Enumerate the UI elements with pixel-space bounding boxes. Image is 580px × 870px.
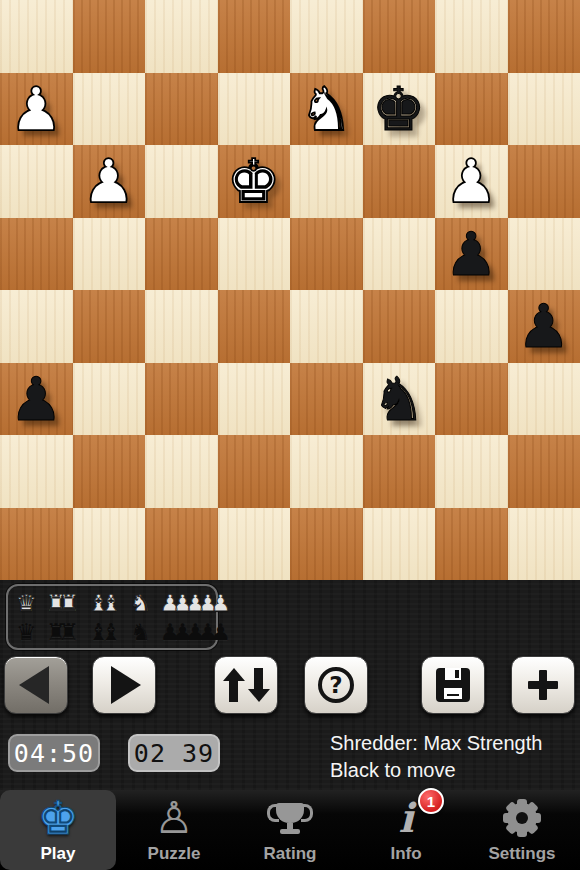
plus-icon [525, 667, 561, 703]
tab-play[interactable]: ♚ Play [0, 790, 116, 870]
square-d3[interactable] [218, 363, 291, 436]
square-d4[interactable] [218, 290, 291, 363]
captured-black-queen: ♛ [16, 619, 37, 645]
square-d1[interactable] [218, 508, 291, 581]
captured-black-bishops: ♝♝ [88, 619, 121, 645]
square-g2[interactable] [435, 435, 508, 508]
square-e7[interactable]: ♞ [290, 73, 363, 146]
black-pawn: ♟ [9, 363, 63, 435]
chess-board: ♟♞♚♟♚♟♟♟♟♞ [0, 0, 580, 580]
square-b5[interactable] [73, 218, 146, 291]
question-mark-icon: ? [318, 667, 354, 703]
white-clock: 04:50 [8, 734, 100, 772]
white-king: ♚ [227, 145, 281, 217]
info-icon: i [398, 796, 413, 840]
square-e1[interactable] [290, 508, 363, 581]
new-game-button[interactable] [511, 656, 575, 714]
tab-info-label: Info [390, 844, 421, 864]
square-d2[interactable] [218, 435, 291, 508]
turn-indicator-text: Black to move [330, 757, 576, 784]
tab-puzzle-label: Puzzle [148, 844, 201, 864]
square-e2[interactable] [290, 435, 363, 508]
square-e4[interactable] [290, 290, 363, 363]
right-triangle-icon [111, 666, 141, 704]
square-a7[interactable]: ♟ [0, 73, 73, 146]
square-c2[interactable] [145, 435, 218, 508]
square-h6[interactable] [508, 145, 580, 218]
tab-puzzle[interactable]: ♙ Puzzle [116, 790, 232, 870]
captured-white-rooks: ♜♜ [46, 590, 79, 616]
blue-king-icon: ♚ [37, 794, 78, 842]
square-f1[interactable] [363, 508, 436, 581]
square-g8[interactable] [435, 0, 508, 73]
square-b8[interactable] [73, 0, 146, 73]
square-f8[interactable] [363, 0, 436, 73]
square-f7[interactable]: ♚ [363, 73, 436, 146]
square-e3[interactable] [290, 363, 363, 436]
square-d8[interactable] [218, 0, 291, 73]
left-triangle-icon [19, 666, 49, 704]
captured-black-pieces: ♛♜♜♝♝♞♟♟♟♟♟ [16, 618, 210, 647]
captured-black-rooks: ♜♜ [46, 619, 79, 645]
up-down-arrows-icon [223, 668, 270, 702]
square-c5[interactable] [145, 218, 218, 291]
square-c7[interactable] [145, 73, 218, 146]
captured-black-knight: ♞ [130, 619, 151, 645]
square-h5[interactable] [508, 218, 580, 291]
black-clock: 02 39 [128, 734, 220, 772]
black-knight: ♞ [372, 363, 426, 435]
square-f2[interactable] [363, 435, 436, 508]
captured-white-knight: ♞ [130, 590, 151, 616]
tab-info[interactable]: i Info 1 [348, 790, 464, 870]
captured-white-pawns: ♟♟♟♟♟ [160, 590, 231, 616]
back-button[interactable] [4, 656, 68, 714]
tab-rating[interactable]: Rating [232, 790, 348, 870]
square-b2[interactable] [73, 435, 146, 508]
trophy-icon [276, 803, 304, 834]
square-h4[interactable]: ♟ [508, 290, 580, 363]
white-pawn: ♟ [444, 145, 498, 217]
pawn-outline-icon: ♙ [154, 794, 193, 842]
save-button[interactable] [421, 656, 485, 714]
notification-badge: 1 [418, 788, 444, 814]
captured-pieces-tray: ♛♜♜♝♝♞♟♟♟♟♟ ♛♜♜♝♝♞♟♟♟♟♟ [6, 584, 218, 650]
shredder-chess-app: ♟♞♚♟♚♟♟♟♟♞ ♛♜♜♝♝♞♟♟♟♟♟ ♛♜♜♝♝♞♟♟♟♟♟ ? 04:… [0, 0, 580, 870]
square-g7[interactable] [435, 73, 508, 146]
square-d6[interactable]: ♚ [218, 145, 291, 218]
square-a5[interactable] [0, 218, 73, 291]
square-c6[interactable] [145, 145, 218, 218]
square-g1[interactable] [435, 508, 508, 581]
square-h3[interactable] [508, 363, 580, 436]
tab-play-label: Play [41, 844, 76, 864]
tab-rating-label: Rating [264, 844, 317, 864]
square-g6[interactable]: ♟ [435, 145, 508, 218]
tab-settings-label: Settings [488, 844, 555, 864]
square-c8[interactable] [145, 0, 218, 73]
square-a6[interactable] [0, 145, 73, 218]
captured-white-pieces: ♛♜♜♝♝♞♟♟♟♟♟ [16, 589, 210, 618]
square-b1[interactable] [73, 508, 146, 581]
square-f6[interactable] [363, 145, 436, 218]
gear-icon [501, 797, 543, 839]
white-pawn: ♟ [9, 73, 63, 145]
forward-button[interactable] [92, 656, 156, 714]
square-b7[interactable] [73, 73, 146, 146]
square-a1[interactable] [0, 508, 73, 581]
engine-strength-text: Shredder: Max Strength [330, 730, 576, 757]
hint-button[interactable]: ? [304, 656, 368, 714]
black-king: ♚ [372, 73, 426, 145]
square-h1[interactable] [508, 508, 580, 581]
tab-bar: ♚ Play ♙ Puzzle Rating i Info 1 [0, 790, 580, 870]
tab-settings[interactable]: Settings [464, 790, 580, 870]
captured-black-pawns: ♟♟♟♟♟ [160, 619, 231, 645]
square-a8[interactable] [0, 0, 73, 73]
square-b4[interactable] [73, 290, 146, 363]
square-b3[interactable] [73, 363, 146, 436]
engine-status: Shredder: Max Strength Black to move [330, 730, 576, 784]
white-knight: ♞ [299, 73, 353, 145]
black-pawn: ♟ [444, 218, 498, 290]
square-c1[interactable] [145, 508, 218, 581]
square-c3[interactable] [145, 363, 218, 436]
square-f5[interactable] [363, 218, 436, 291]
black-pawn: ♟ [517, 290, 571, 362]
flip-analysis-button[interactable] [214, 656, 278, 714]
floppy-disk-icon [436, 668, 470, 702]
square-h2[interactable] [508, 435, 580, 508]
square-g4[interactable] [435, 290, 508, 363]
square-d7[interactable] [218, 73, 291, 146]
square-h8[interactable] [508, 0, 580, 73]
square-h7[interactable] [508, 73, 580, 146]
square-e8[interactable] [290, 0, 363, 73]
square-g3[interactable] [435, 363, 508, 436]
square-e6[interactable] [290, 145, 363, 218]
square-b6[interactable]: ♟ [73, 145, 146, 218]
square-a2[interactable] [0, 435, 73, 508]
square-f4[interactable] [363, 290, 436, 363]
square-a3[interactable]: ♟ [0, 363, 73, 436]
white-pawn: ♟ [82, 145, 136, 217]
square-d5[interactable] [218, 218, 291, 291]
square-c4[interactable] [145, 290, 218, 363]
captured-white-bishops: ♝♝ [88, 590, 121, 616]
square-e5[interactable] [290, 218, 363, 291]
square-a4[interactable] [0, 290, 73, 363]
captured-white-queen: ♛ [16, 590, 37, 616]
square-g5[interactable]: ♟ [435, 218, 508, 291]
square-f3[interactable]: ♞ [363, 363, 436, 436]
